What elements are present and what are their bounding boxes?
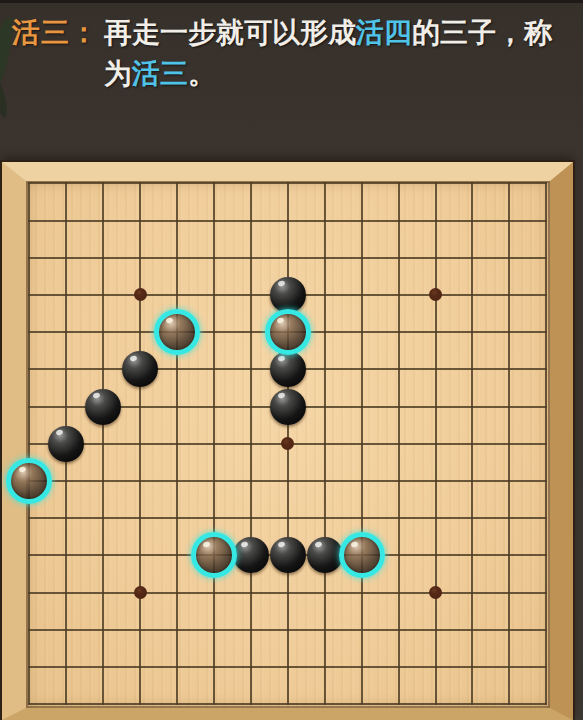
black-stone	[233, 537, 269, 573]
black-stone	[270, 389, 306, 425]
grid-line-horizontal	[28, 666, 547, 668]
gomoku-board[interactable]	[26, 181, 550, 708]
star-point	[134, 586, 147, 599]
header-text-segment: 活三	[132, 58, 188, 89]
lesson-header: 活三： 再走一步就可以形成活四的三子，称为活三。	[0, 0, 583, 94]
header-text-segment: 。	[188, 58, 216, 89]
star-point	[429, 288, 442, 301]
black-stone	[48, 426, 84, 462]
highlight-point[interactable]	[154, 309, 200, 355]
lesson-title: 活三：	[12, 12, 104, 53]
gomoku-board-frame	[2, 162, 573, 720]
grid-line-horizontal	[28, 480, 547, 482]
gomoku-tutorial-screen: 活三： 再走一步就可以形成活四的三子，称为活三。	[0, 0, 583, 720]
grid-line-horizontal	[28, 629, 547, 631]
black-stone	[307, 537, 343, 573]
star-point	[134, 288, 147, 301]
grid-line-horizontal	[28, 257, 547, 259]
highlight-point[interactable]	[339, 532, 385, 578]
lesson-description: 再走一步就可以形成活四的三子，称为活三。	[104, 12, 577, 94]
header-text-segment: 的三子，	[412, 17, 524, 48]
black-stone	[270, 351, 306, 387]
highlight-point[interactable]	[191, 532, 237, 578]
black-stone	[122, 351, 158, 387]
grid-line-horizontal	[28, 182, 547, 184]
black-stone	[270, 277, 306, 313]
grid-line-horizontal	[28, 703, 547, 705]
grid-line-horizontal	[28, 517, 547, 519]
grid-line-horizontal	[28, 592, 547, 594]
star-point	[429, 586, 442, 599]
star-point	[281, 437, 294, 450]
black-stone	[85, 389, 121, 425]
grid-line-horizontal	[28, 220, 547, 222]
header-text-segment: 再走一步就可以形成	[104, 17, 356, 48]
header-text-segment: 活四	[356, 17, 412, 48]
highlight-point[interactable]	[6, 458, 52, 504]
highlight-point[interactable]	[265, 309, 311, 355]
black-stone	[270, 537, 306, 573]
